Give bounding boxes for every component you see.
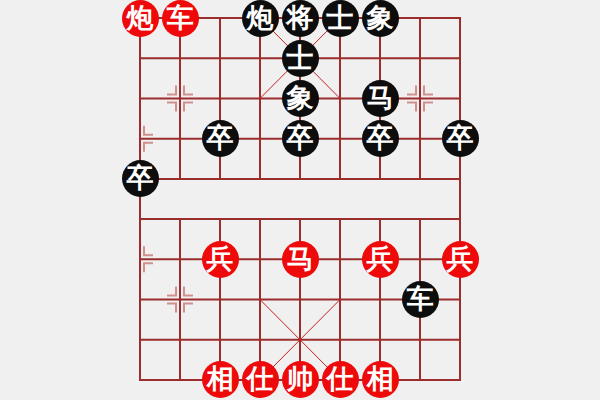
piece-red-horse[interactable]: 马: [282, 241, 319, 278]
piece-red-soldier[interactable]: 兵: [362, 241, 399, 278]
xiangqi-board: 炮车炮将士象士象马卒卒卒卒卒兵马兵兵车相仕帅仕相: [0, 0, 600, 400]
piece-red-general[interactable]: 帅: [282, 361, 319, 398]
piece-black-soldier[interactable]: 卒: [282, 120, 319, 157]
piece-red-soldier[interactable]: 兵: [442, 241, 479, 278]
piece-black-cannon[interactable]: 炮: [242, 0, 279, 37]
piece-red-elephant[interactable]: 相: [202, 361, 239, 398]
piece-red-chariot[interactable]: 车: [162, 0, 199, 37]
pieces-layer: 炮车炮将士象士象马卒卒卒卒卒兵马兵兵车相仕帅仕相: [120, 0, 480, 400]
piece-black-advisor[interactable]: 士: [322, 0, 359, 37]
piece-black-soldier[interactable]: 卒: [362, 120, 399, 157]
piece-black-soldier[interactable]: 卒: [442, 120, 479, 157]
piece-red-elephant[interactable]: 相: [362, 361, 399, 398]
piece-red-soldier[interactable]: 兵: [202, 241, 239, 278]
piece-red-advisor[interactable]: 仕: [322, 361, 359, 398]
piece-red-advisor[interactable]: 仕: [242, 361, 279, 398]
piece-red-cannon[interactable]: 炮: [122, 0, 159, 37]
piece-black-elephant[interactable]: 象: [282, 80, 319, 117]
piece-black-soldier[interactable]: 卒: [122, 160, 159, 197]
piece-black-general[interactable]: 将: [282, 0, 319, 37]
piece-black-advisor[interactable]: 士: [282, 40, 319, 77]
piece-black-elephant[interactable]: 象: [362, 0, 399, 37]
piece-black-horse[interactable]: 马: [362, 80, 399, 117]
piece-black-soldier[interactable]: 卒: [202, 120, 239, 157]
piece-black-chariot[interactable]: 车: [402, 281, 439, 318]
